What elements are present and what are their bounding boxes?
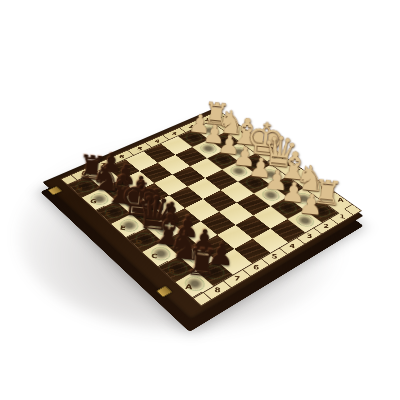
- piece-glyph: ♟: [292, 189, 329, 220]
- coordinate-label-text: 3: [171, 131, 177, 136]
- piece-glyph: ♜: [181, 242, 223, 283]
- brass-clasp: [47, 186, 62, 195]
- coordinate-label-text: 2: [323, 223, 329, 230]
- coordinate-label-text: C: [151, 253, 158, 260]
- coordinate-label-text: 8: [214, 286, 221, 294]
- coordinate-label-text: 1: [339, 214, 345, 221]
- coordinate-border: ♜♞♝♛♚♝♞♜♟♟♟♟♟♟♟♟♟♟♟♟♟♟♟♟♜♞♝♛♚♝♞♜ AA88BB7…: [60, 110, 362, 306]
- coordinate-label-text: A: [184, 283, 192, 291]
- coordinate-label-text: 7: [234, 275, 240, 283]
- coordinate-label-text: D: [134, 239, 142, 246]
- brass-clasp: [156, 285, 173, 297]
- coordinate-label-text: 4: [154, 138, 160, 143]
- coordinate-label-text: 3: [306, 233, 312, 240]
- product-photo: ♜♞♝♛♚♝♞♜♟♟♟♟♟♟♟♟♟♟♟♟♟♟♟♟♜♞♝♛♚♝♞♜ AA88BB7…: [0, 0, 400, 400]
- coordinate-label-text: 4: [289, 243, 295, 250]
- coordinate-label-text: 6: [253, 264, 259, 271]
- chess-board: ♜♞♝♛♚♝♞♜♟♟♟♟♟♟♟♟♟♟♟♟♟♟♟♟♜♞♝♛♚♝♞♜ AA88BB7…: [43, 109, 364, 319]
- coordinate-label-text: 5: [271, 253, 277, 260]
- scene: ♜♞♝♛♚♝♞♜♟♟♟♟♟♟♟♟♟♟♟♟♟♟♟♟♜♞♝♛♚♝♞♜ AA88BB7…: [0, 0, 400, 400]
- board-frame: ♜♞♝♛♚♝♞♜♟♟♟♟♟♟♟♟♟♟♟♟♟♟♟♟♜♞♝♛♚♝♞♜ AA88BB7…: [43, 109, 364, 319]
